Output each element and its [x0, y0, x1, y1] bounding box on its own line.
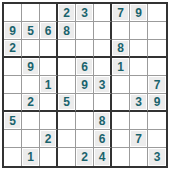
- cell-r6c2: 2: [22, 94, 40, 112]
- cell-r4c6[interactable]: [94, 58, 112, 76]
- cell-r1c6[interactable]: [94, 4, 112, 22]
- cell-r8c7[interactable]: [112, 130, 130, 148]
- cell-r2c2: 5: [22, 22, 40, 40]
- cell-r5c6: 3: [94, 76, 112, 94]
- cell-r7c7[interactable]: [112, 112, 130, 130]
- cell-r5c5: 9: [76, 76, 94, 94]
- cell-r2c6[interactable]: [94, 22, 112, 40]
- cell-r2c1: 9: [4, 22, 22, 40]
- cell-r3c9[interactable]: [148, 40, 166, 58]
- cell-r4c8[interactable]: [130, 58, 148, 76]
- cell-r1c9[interactable]: [148, 4, 166, 22]
- cell-r4c2: 9: [22, 58, 40, 76]
- cell-r2c3: 6: [40, 22, 58, 40]
- cell-r4c7: 1: [112, 58, 130, 76]
- cell-r3c4[interactable]: [58, 40, 76, 58]
- cell-r1c7: 7: [112, 4, 130, 22]
- cell-r9c5: 2: [76, 148, 94, 166]
- cell-r9c1[interactable]: [4, 148, 22, 166]
- cell-r2c5[interactable]: [76, 22, 94, 40]
- cell-r4c4[interactable]: [58, 58, 76, 76]
- cell-r3c7: 8: [112, 40, 130, 58]
- cell-r3c3[interactable]: [40, 40, 58, 58]
- cell-r8c5[interactable]: [76, 130, 94, 148]
- cell-r3c6[interactable]: [94, 40, 112, 58]
- cell-r5c1[interactable]: [4, 76, 22, 94]
- cell-r7c2[interactable]: [22, 112, 40, 130]
- cell-r5c9: 7: [148, 76, 166, 94]
- cell-r8c4[interactable]: [58, 130, 76, 148]
- cell-r8c2[interactable]: [22, 130, 40, 148]
- cell-r3c5[interactable]: [76, 40, 94, 58]
- cell-r8c9[interactable]: [148, 130, 166, 148]
- cell-r5c2[interactable]: [22, 76, 40, 94]
- cell-r6c8: 3: [130, 94, 148, 112]
- cell-r8c1[interactable]: [4, 130, 22, 148]
- cell-r9c6: 4: [94, 148, 112, 166]
- cell-r8c6: 6: [94, 130, 112, 148]
- cell-r6c4: 5: [58, 94, 76, 112]
- cell-r7c6: 8: [94, 112, 112, 130]
- cell-r1c4: 2: [58, 4, 76, 22]
- cell-r4c5: 6: [76, 58, 94, 76]
- cell-r6c9: 9: [148, 94, 166, 112]
- cell-r4c3[interactable]: [40, 58, 58, 76]
- cell-r6c3[interactable]: [40, 94, 58, 112]
- cell-r9c8[interactable]: [130, 148, 148, 166]
- cell-r6c5[interactable]: [76, 94, 94, 112]
- cell-r3c1: 2: [4, 40, 22, 58]
- cell-r1c1[interactable]: [4, 4, 22, 22]
- cell-r4c1[interactable]: [4, 58, 22, 76]
- cell-r3c8[interactable]: [130, 40, 148, 58]
- cell-r2c8[interactable]: [130, 22, 148, 40]
- cell-r2c9[interactable]: [148, 22, 166, 40]
- cell-r5c3: 1: [40, 76, 58, 94]
- cell-r6c7[interactable]: [112, 94, 130, 112]
- cell-r8c3: 2: [40, 130, 58, 148]
- cell-r3c2[interactable]: [22, 40, 40, 58]
- cell-r6c1[interactable]: [4, 94, 22, 112]
- cell-r5c8[interactable]: [130, 76, 148, 94]
- cell-r9c7[interactable]: [112, 148, 130, 166]
- cell-r1c5: 3: [76, 4, 94, 22]
- cell-r9c3[interactable]: [40, 148, 58, 166]
- cell-r2c4: 8: [58, 22, 76, 40]
- cell-r8c8: 7: [130, 130, 148, 148]
- cell-r9c9: 3: [148, 148, 166, 166]
- cell-r7c8[interactable]: [130, 112, 148, 130]
- cell-r5c7[interactable]: [112, 76, 130, 94]
- cell-r7c9[interactable]: [148, 112, 166, 130]
- cell-r6c6[interactable]: [94, 94, 112, 112]
- sudoku-board: 237995682896119372539582671243: [2, 2, 168, 168]
- cell-r7c4[interactable]: [58, 112, 76, 130]
- cell-r9c4[interactable]: [58, 148, 76, 166]
- cell-r4c9[interactable]: [148, 58, 166, 76]
- cell-r1c2[interactable]: [22, 4, 40, 22]
- cell-r2c7[interactable]: [112, 22, 130, 40]
- cell-r9c2: 1: [22, 148, 40, 166]
- cell-r7c5[interactable]: [76, 112, 94, 130]
- cell-r7c1: 5: [4, 112, 22, 130]
- cell-r1c3[interactable]: [40, 4, 58, 22]
- cell-r5c4[interactable]: [58, 76, 76, 94]
- cell-r1c8: 9: [130, 4, 148, 22]
- cell-r7c3[interactable]: [40, 112, 58, 130]
